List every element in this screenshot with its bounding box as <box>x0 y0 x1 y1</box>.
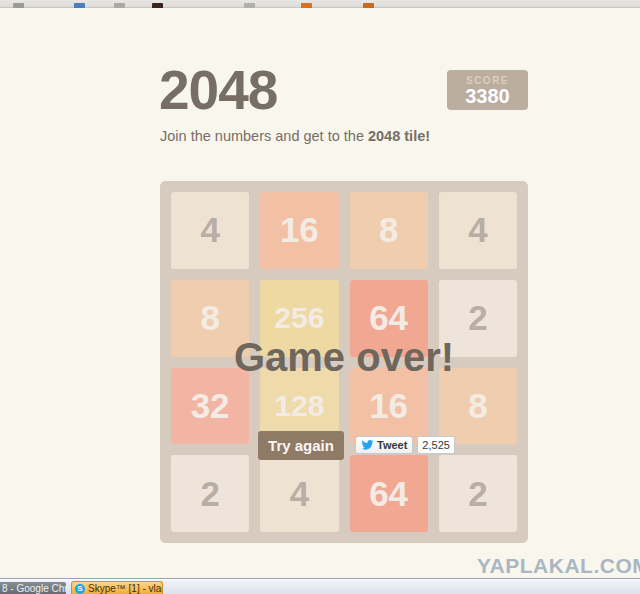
taskbar-item-skype[interactable]: S Skype™ [1] - vlad_qdr <box>71 581 163 594</box>
bookmark-favicon-1[interactable] <box>13 3 24 8</box>
game-subtitle: Join the numbers and get to the 2048 til… <box>160 128 430 144</box>
bookmarks-bar-strip <box>0 0 640 8</box>
bookmark-favicon-7[interactable] <box>363 3 374 8</box>
subtitle-goal: 2048 tile! <box>368 128 430 144</box>
score-value: 3380 <box>447 86 528 106</box>
twitter-bird-icon <box>361 440 374 450</box>
bookmark-favicon-4[interactable] <box>152 3 163 8</box>
bookmark-favicon-6[interactable] <box>301 3 312 8</box>
try-again-button[interactable]: Try again <box>258 431 344 460</box>
tweet-widget: Tweet 2,525 <box>355 436 455 454</box>
score-box: SCORE 3380 <box>447 70 528 110</box>
tweet-count[interactable]: 2,525 <box>417 436 455 454</box>
bookmark-favicon-5[interactable] <box>244 3 255 8</box>
skype-icon: S <box>75 584 85 594</box>
tweet-button[interactable]: Tweet <box>355 436 413 454</box>
game-title: 2048 <box>159 58 277 122</box>
tweet-button-label: Tweet <box>377 439 407 451</box>
taskbar-item-chrome[interactable]: 8 - Google Chrome <box>0 582 66 594</box>
bookmark-favicon-3[interactable] <box>114 3 125 8</box>
game-over-message: Game over! <box>160 335 528 380</box>
site-watermark: YAPLAKAL.COM <box>477 554 640 578</box>
taskbar: 8 - Google Chrome S Skype™ [1] - vlad_qd… <box>0 578 640 594</box>
taskbar-skype-label: Skype™ [1] - vlad_qdr <box>88 583 163 594</box>
bookmark-favicon-2[interactable] <box>74 3 85 8</box>
subtitle-text: Join the numbers and get to the <box>160 128 368 144</box>
